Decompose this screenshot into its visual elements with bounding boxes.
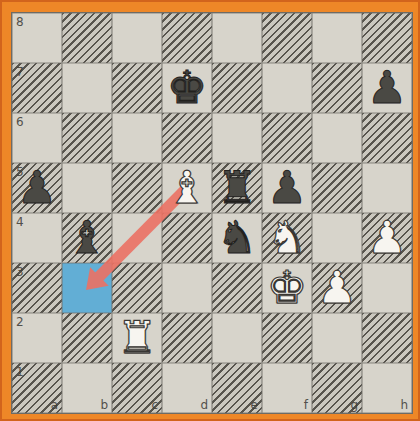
square-c8[interactable] [112, 13, 162, 63]
square-a5[interactable]: 5♟ [12, 163, 62, 213]
square-g2[interactable] [312, 313, 362, 363]
square-h7[interactable]: ♟ [362, 63, 412, 113]
square-f8[interactable] [262, 13, 312, 63]
square-h5[interactable] [362, 163, 412, 213]
square-g4[interactable] [312, 213, 362, 263]
file-label-g: g [350, 399, 358, 411]
square-d5[interactable]: ♝ [162, 163, 212, 213]
board-area: 87♚♟65♟♝♜♟4♝♞♞♟3♚♟2♜1abcdefgh [12, 13, 412, 413]
square-e2[interactable] [212, 313, 262, 363]
square-h4[interactable]: ♟ [362, 213, 412, 263]
piece-white-knight[interactable]: ♞ [262, 213, 312, 263]
square-f3[interactable]: ♚ [262, 263, 312, 313]
square-a3[interactable]: 3 [12, 263, 62, 313]
file-label-d: d [200, 399, 208, 411]
square-g5[interactable] [312, 163, 362, 213]
piece-black-knight[interactable]: ♞ [212, 213, 262, 263]
square-d3[interactable] [162, 263, 212, 313]
square-g8[interactable] [312, 13, 362, 63]
square-c3[interactable] [112, 263, 162, 313]
file-label-e: e [251, 399, 258, 411]
rank-label-7: 7 [16, 66, 24, 78]
rank-label-3: 3 [16, 266, 24, 278]
square-h6[interactable] [362, 113, 412, 163]
square-h8[interactable] [362, 13, 412, 63]
square-f7[interactable] [262, 63, 312, 113]
square-c5[interactable] [112, 163, 162, 213]
square-b2[interactable] [62, 313, 112, 363]
piece-white-king[interactable]: ♚ [262, 263, 312, 313]
rank-label-4: 4 [16, 216, 24, 228]
square-f2[interactable] [262, 313, 312, 363]
square-a7[interactable]: 7 [12, 63, 62, 113]
square-d1[interactable]: d [162, 363, 212, 413]
square-b3[interactable] [62, 263, 112, 313]
square-d4[interactable] [162, 213, 212, 263]
file-label-a: a [51, 399, 58, 411]
square-b4[interactable]: ♝ [62, 213, 112, 263]
square-f6[interactable] [262, 113, 312, 163]
square-e6[interactable] [212, 113, 262, 163]
piece-black-pawn[interactable]: ♟ [12, 163, 62, 213]
rank-label-8: 8 [16, 16, 24, 28]
board-frame: 87♚♟65♟♝♜♟4♝♞♞♟3♚♟2♜1abcdefgh [0, 0, 420, 421]
piece-white-rook[interactable]: ♜ [112, 313, 162, 363]
square-b5[interactable] [62, 163, 112, 213]
file-label-b: b [100, 399, 108, 411]
file-label-f: f [304, 399, 308, 411]
piece-white-pawn[interactable]: ♟ [362, 213, 412, 263]
square-e3[interactable] [212, 263, 262, 313]
square-e5[interactable]: ♜ [212, 163, 262, 213]
square-a4[interactable]: 4 [12, 213, 62, 263]
square-f5[interactable]: ♟ [262, 163, 312, 213]
square-h3[interactable] [362, 263, 412, 313]
square-g3[interactable]: ♟ [312, 263, 362, 313]
rank-label-6: 6 [16, 116, 24, 128]
file-label-c: c [151, 399, 158, 411]
square-c7[interactable] [112, 63, 162, 113]
square-a6[interactable]: 6 [12, 113, 62, 163]
square-g7[interactable] [312, 63, 362, 113]
square-d8[interactable] [162, 13, 212, 63]
square-h1[interactable]: h [362, 363, 412, 413]
piece-white-bishop[interactable]: ♝ [162, 163, 212, 213]
square-c2[interactable]: ♜ [112, 313, 162, 363]
piece-black-king[interactable]: ♚ [162, 63, 212, 113]
square-e1[interactable]: e [212, 363, 262, 413]
file-label-h: h [400, 399, 408, 411]
square-a2[interactable]: 2 [12, 313, 62, 363]
square-c4[interactable] [112, 213, 162, 263]
piece-black-pawn[interactable]: ♟ [362, 63, 412, 113]
square-h2[interactable] [362, 313, 412, 363]
piece-white-pawn[interactable]: ♟ [312, 263, 362, 313]
square-e4[interactable]: ♞ [212, 213, 262, 263]
square-f1[interactable]: f [262, 363, 312, 413]
square-a1[interactable]: 1a [12, 363, 62, 413]
square-e8[interactable] [212, 13, 262, 63]
rank-label-2: 2 [16, 316, 24, 328]
square-d2[interactable] [162, 313, 212, 363]
piece-black-bishop[interactable]: ♝ [62, 213, 112, 263]
square-b8[interactable] [62, 13, 112, 63]
square-a8[interactable]: 8 [12, 13, 62, 63]
square-c6[interactable] [112, 113, 162, 163]
square-b7[interactable] [62, 63, 112, 113]
square-b1[interactable]: b [62, 363, 112, 413]
square-g6[interactable] [312, 113, 362, 163]
square-d6[interactable] [162, 113, 212, 163]
square-b6[interactable] [62, 113, 112, 163]
square-d7[interactable]: ♚ [162, 63, 212, 113]
square-f4[interactable]: ♞ [262, 213, 312, 263]
rank-label-1: 1 [16, 366, 24, 378]
piece-black-rook[interactable]: ♜ [212, 163, 262, 213]
square-c1[interactable]: c [112, 363, 162, 413]
piece-black-pawn[interactable]: ♟ [262, 163, 312, 213]
square-g1[interactable]: g [312, 363, 362, 413]
square-e7[interactable] [212, 63, 262, 113]
chess-board[interactable]: 87♚♟65♟♝♜♟4♝♞♞♟3♚♟2♜1abcdefgh [12, 13, 412, 413]
